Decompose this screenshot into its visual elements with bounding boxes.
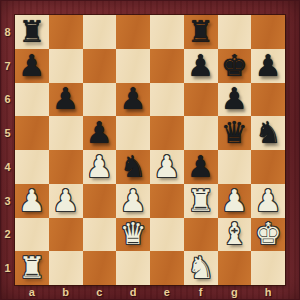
square-g3[interactable]: ♟	[218, 184, 252, 218]
square-c4[interactable]: ♟	[83, 150, 117, 184]
rank-label-5: 5	[0, 116, 15, 150]
black-pawn[interactable]: ♟	[187, 152, 214, 182]
square-g4[interactable]	[218, 150, 252, 184]
file-label-c: c	[83, 284, 117, 300]
white-pawn[interactable]: ♟	[221, 186, 248, 216]
square-d6[interactable]: ♟	[116, 83, 150, 117]
square-b4[interactable]	[49, 150, 83, 184]
white-pawn[interactable]: ♟	[86, 152, 113, 182]
square-d2[interactable]: ♛	[116, 218, 150, 252]
square-a6[interactable]	[15, 83, 49, 117]
square-a1[interactable]: ♜	[15, 251, 49, 285]
square-f5[interactable]	[184, 116, 218, 150]
square-b7[interactable]	[49, 49, 83, 83]
black-king[interactable]: ♚	[221, 51, 248, 81]
file-label-h: h	[251, 284, 285, 300]
file-label-e: e	[150, 284, 184, 300]
square-f3[interactable]: ♜	[184, 184, 218, 218]
black-rook[interactable]: ♜	[187, 17, 214, 47]
square-c6[interactable]	[83, 83, 117, 117]
square-e1[interactable]	[150, 251, 184, 285]
file-label-f: f	[184, 284, 218, 300]
white-rook[interactable]: ♜	[18, 253, 45, 283]
black-rook[interactable]: ♜	[18, 17, 45, 47]
black-knight[interactable]: ♞	[120, 152, 147, 182]
square-f4[interactable]: ♟	[184, 150, 218, 184]
square-c3[interactable]	[83, 184, 117, 218]
white-pawn[interactable]: ♟	[153, 152, 180, 182]
square-c7[interactable]	[83, 49, 117, 83]
square-b5[interactable]	[49, 116, 83, 150]
black-pawn[interactable]: ♟	[120, 84, 147, 114]
square-d8[interactable]	[116, 15, 150, 49]
rank-label-8: 8	[0, 15, 15, 49]
square-d3[interactable]: ♟	[116, 184, 150, 218]
white-bishop[interactable]: ♝	[221, 219, 248, 249]
black-pawn[interactable]: ♟	[221, 84, 248, 114]
square-d5[interactable]	[116, 116, 150, 150]
square-f8[interactable]: ♜	[184, 15, 218, 49]
file-label-b: b	[49, 284, 83, 300]
square-g6[interactable]: ♟	[218, 83, 252, 117]
black-pawn[interactable]: ♟	[187, 51, 214, 81]
file-label-a: a	[15, 284, 49, 300]
square-a2[interactable]	[15, 218, 49, 252]
square-h5[interactable]: ♞	[251, 116, 285, 150]
square-b6[interactable]: ♟	[49, 83, 83, 117]
square-h8[interactable]	[251, 15, 285, 49]
square-f7[interactable]: ♟	[184, 49, 218, 83]
square-d4[interactable]: ♞	[116, 150, 150, 184]
rank-label-7: 7	[0, 49, 15, 83]
file-label-d: d	[116, 284, 150, 300]
square-e6[interactable]	[150, 83, 184, 117]
square-b3[interactable]: ♟	[49, 184, 83, 218]
square-h4[interactable]	[251, 150, 285, 184]
square-e5[interactable]	[150, 116, 184, 150]
white-king[interactable]: ♚	[255, 219, 282, 249]
black-pawn[interactable]: ♟	[18, 51, 45, 81]
square-a8[interactable]: ♜	[15, 15, 49, 49]
square-f1[interactable]: ♞	[184, 251, 218, 285]
square-c8[interactable]	[83, 15, 117, 49]
white-pawn[interactable]: ♟	[120, 186, 147, 216]
square-e7[interactable]	[150, 49, 184, 83]
square-e8[interactable]	[150, 15, 184, 49]
square-a5[interactable]	[15, 116, 49, 150]
square-b1[interactable]	[49, 251, 83, 285]
chess-board: ♜♜♟♟♚♟♟♟♟♟♛♞♟♞♟♟♟♟♟♜♟♟♛♝♚♜♞	[15, 15, 285, 285]
square-b2[interactable]	[49, 218, 83, 252]
black-queen[interactable]: ♛	[221, 118, 248, 148]
square-g5[interactable]: ♛	[218, 116, 252, 150]
white-knight[interactable]: ♞	[187, 253, 214, 283]
white-pawn[interactable]: ♟	[255, 186, 282, 216]
square-c1[interactable]	[83, 251, 117, 285]
square-a7[interactable]: ♟	[15, 49, 49, 83]
black-pawn[interactable]: ♟	[86, 118, 113, 148]
square-b8[interactable]	[49, 15, 83, 49]
square-a4[interactable]	[15, 150, 49, 184]
black-pawn[interactable]: ♟	[255, 51, 282, 81]
square-g2[interactable]: ♝	[218, 218, 252, 252]
square-h6[interactable]	[251, 83, 285, 117]
rank-label-4: 4	[0, 150, 15, 184]
square-g7[interactable]: ♚	[218, 49, 252, 83]
black-knight[interactable]: ♞	[255, 118, 282, 148]
white-queen[interactable]: ♛	[120, 219, 147, 249]
square-g8[interactable]	[218, 15, 252, 49]
square-f2[interactable]	[184, 218, 218, 252]
square-h7[interactable]: ♟	[251, 49, 285, 83]
chessboard-frame: ♜♜♟♟♚♟♟♟♟♟♛♞♟♞♟♟♟♟♟♜♟♟♛♝♚♜♞ 87654321abcd…	[0, 0, 300, 300]
square-a3[interactable]: ♟	[15, 184, 49, 218]
square-h2[interactable]: ♚	[251, 218, 285, 252]
square-f6[interactable]	[184, 83, 218, 117]
rank-label-3: 3	[0, 184, 15, 218]
square-h1[interactable]	[251, 251, 285, 285]
black-pawn[interactable]: ♟	[52, 84, 79, 114]
square-g1[interactable]	[218, 251, 252, 285]
square-d1[interactable]	[116, 251, 150, 285]
file-label-g: g	[218, 284, 252, 300]
square-e2[interactable]	[150, 218, 184, 252]
white-pawn[interactable]: ♟	[52, 186, 79, 216]
rank-label-6: 6	[0, 83, 15, 117]
rank-label-2: 2	[0, 218, 15, 252]
white-rook[interactable]: ♜	[187, 186, 214, 216]
square-e3[interactable]	[150, 184, 184, 218]
square-c2[interactable]	[83, 218, 117, 252]
square-c5[interactable]: ♟	[83, 116, 117, 150]
white-pawn[interactable]: ♟	[18, 186, 45, 216]
square-d7[interactable]	[116, 49, 150, 83]
square-h3[interactable]: ♟	[251, 184, 285, 218]
rank-label-1: 1	[0, 251, 15, 285]
square-e4[interactable]: ♟	[150, 150, 184, 184]
